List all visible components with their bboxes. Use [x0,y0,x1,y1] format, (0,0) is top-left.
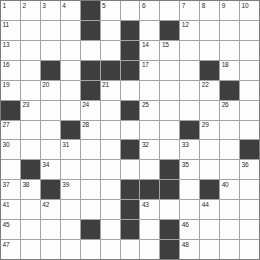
white-cell-r3c8[interactable]: 14 [140,41,159,60]
white-cell-r13c3[interactable] [41,240,60,259]
white-cell-r11c13[interactable] [240,200,259,219]
white-cell-r9c12[interactable] [220,160,239,179]
white-cell-r8c6[interactable] [101,140,120,159]
white-cell-r10c2[interactable]: 38 [21,180,40,199]
black-cell-r9c9 [160,160,179,179]
clue-number-10: 10 [242,2,249,9]
white-cell-r5c1[interactable]: 19 [1,81,20,100]
white-cell-r9c7[interactable] [121,160,140,179]
white-cell-r9c13[interactable]: 36 [240,160,259,179]
black-cell-r12c5 [81,220,100,239]
white-cell-r12c1[interactable]: 45 [1,220,20,239]
white-cell-r1c8[interactable]: 6 [140,1,159,20]
white-cell-r2c11[interactable] [200,21,219,40]
white-cell-r7c13[interactable] [240,121,259,140]
white-cell-r6c2[interactable]: 23 [21,101,40,120]
clue-number-13: 13 [3,41,10,48]
white-cell-r13c8[interactable] [140,240,159,259]
clue-number-17: 17 [142,61,149,68]
white-cell-r7c7[interactable] [121,121,140,140]
white-cell-r11c11[interactable]: 44 [200,200,219,219]
white-cell-r3c1[interactable]: 13 [1,41,20,60]
clue-number-35: 35 [182,161,189,168]
black-cell-r1c5 [81,1,100,20]
white-cell-r1c1[interactable]: 1 [1,1,20,20]
white-cell-r6c12[interactable]: 26 [220,101,239,120]
white-cell-r2c6[interactable] [101,21,120,40]
black-cell-r10c9 [160,180,179,199]
white-cell-r1c2[interactable]: 2 [21,1,40,20]
white-cell-r7c3[interactable] [41,121,60,140]
white-cell-r7c9[interactable] [160,121,179,140]
white-cell-r4c13[interactable] [240,61,259,80]
clue-number-26: 26 [222,101,229,108]
clue-number-3: 3 [42,2,45,9]
black-cell-r10c11 [200,180,219,199]
clue-number-1: 1 [3,2,6,9]
white-cell-r6c11[interactable] [200,101,219,120]
white-cell-r6c4[interactable] [61,101,80,120]
white-cell-r13c1[interactable]: 47 [1,240,20,259]
white-cell-r6c6[interactable] [101,101,120,120]
clue-number-43: 43 [142,201,149,208]
white-cell-r3c4[interactable] [61,41,80,60]
white-cell-r3c3[interactable] [41,41,60,60]
white-cell-r1c11[interactable]: 8 [200,1,219,20]
clue-number-44: 44 [202,201,209,208]
white-cell-r7c12[interactable] [220,121,239,140]
white-cell-r13c4[interactable] [61,240,80,259]
white-cell-r8c10[interactable]: 33 [180,140,199,159]
white-cell-r13c10[interactable]: 48 [180,240,199,259]
black-cell-r8c7 [121,140,140,159]
white-cell-r7c11[interactable]: 29 [200,121,219,140]
white-cell-r10c1[interactable]: 37 [1,180,20,199]
white-cell-r5c10[interactable] [180,81,199,100]
black-cell-r4c6 [101,61,120,80]
white-cell-r3c5[interactable] [81,41,100,60]
clue-number-41: 41 [3,201,10,208]
white-cell-r10c4[interactable]: 39 [61,180,80,199]
black-cell-r6c7 [121,101,140,120]
clue-number-4: 4 [62,2,65,9]
white-cell-r6c5[interactable]: 24 [81,101,100,120]
white-cell-r11c10[interactable] [180,200,199,219]
white-cell-r1c7[interactable] [121,1,140,20]
clue-number-33: 33 [182,141,189,148]
clue-number-29: 29 [202,121,209,128]
white-cell-r8c5[interactable] [81,140,100,159]
clue-number-30: 30 [3,141,10,148]
white-cell-r10c5[interactable] [81,180,100,199]
white-cell-r13c12[interactable] [220,240,239,259]
white-cell-r4c10[interactable] [180,61,199,80]
white-cell-r13c2[interactable] [21,240,40,259]
black-cell-r7c4 [61,121,80,140]
white-cell-r11c3[interactable]: 42 [41,200,60,219]
black-cell-r2c9 [160,21,179,40]
white-cell-r5c8[interactable] [140,81,159,100]
white-cell-r12c13[interactable] [240,220,259,239]
black-cell-r4c3 [41,61,60,80]
black-cell-r5c5 [81,81,100,100]
black-cell-r5c12 [220,81,239,100]
white-cell-r4c9[interactable] [160,61,179,80]
black-cell-r2c7 [121,21,140,40]
white-cell-r3c2[interactable] [21,41,40,60]
white-cell-r3c9[interactable]: 15 [160,41,179,60]
clue-number-6: 6 [142,2,145,9]
clue-number-22: 22 [202,81,209,88]
white-cell-r10c6[interactable] [101,180,120,199]
white-cell-r10c13[interactable] [240,180,259,199]
white-cell-r11c1[interactable]: 41 [1,200,20,219]
clue-number-27: 27 [3,121,10,128]
white-cell-r2c4[interactable] [61,21,80,40]
white-cell-r5c11[interactable]: 22 [200,81,219,100]
white-cell-r8c9[interactable] [160,140,179,159]
white-cell-r12c10[interactable]: 46 [180,220,199,239]
white-cell-r2c8[interactable] [140,21,159,40]
white-cell-r10c12[interactable]: 40 [220,180,239,199]
white-cell-r8c4[interactable]: 31 [61,140,80,159]
clue-number-19: 19 [3,81,10,88]
white-cell-r6c9[interactable] [160,101,179,120]
white-cell-r9c11[interactable] [200,160,219,179]
white-cell-r3c13[interactable] [240,41,259,60]
clue-number-48: 48 [182,241,189,248]
clue-number-47: 47 [3,241,10,248]
white-cell-r13c7[interactable] [121,240,140,259]
white-cell-r4c1[interactable]: 16 [1,61,20,80]
white-cell-r5c3[interactable]: 20 [41,81,60,100]
white-cell-r8c1[interactable]: 30 [1,140,20,159]
clue-number-24: 24 [82,101,89,108]
white-cell-r1c4[interactable]: 4 [61,1,80,20]
black-cell-r11c7 [121,200,140,219]
clue-number-18: 18 [222,61,229,68]
black-cell-r2c5 [81,21,100,40]
black-cell-r13c9 [160,240,179,259]
white-cell-r5c2[interactable] [21,81,40,100]
white-cell-r11c6[interactable] [101,200,120,219]
white-cell-r11c4[interactable] [61,200,80,219]
clue-number-34: 34 [42,161,49,168]
white-cell-r10c10[interactable] [180,180,199,199]
white-cell-r3c10[interactable] [180,41,199,60]
white-cell-r2c2[interactable] [21,21,40,40]
white-cell-r2c1[interactable]: 11 [1,21,20,40]
white-cell-r11c2[interactable] [21,200,40,219]
clue-number-21: 21 [102,81,109,88]
white-cell-r9c1[interactable] [1,160,20,179]
clue-number-16: 16 [3,61,10,68]
white-cell-r9c10[interactable]: 35 [180,160,199,179]
white-cell-r2c3[interactable] [41,21,60,40]
white-cell-r11c5[interactable] [81,200,100,219]
clue-number-2: 2 [22,2,25,9]
white-cell-r12c11[interactable] [200,220,219,239]
clue-number-28: 28 [82,121,89,128]
white-cell-r9c5[interactable] [81,160,100,179]
white-cell-r4c8[interactable]: 17 [140,61,159,80]
white-cell-r1c3[interactable]: 3 [41,1,60,20]
clue-number-36: 36 [242,161,249,168]
clue-number-38: 38 [22,181,29,188]
white-cell-r2c12[interactable] [220,21,239,40]
white-cell-r8c3[interactable] [41,140,60,159]
white-cell-r6c10[interactable] [180,101,199,120]
white-cell-r9c6[interactable] [101,160,120,179]
white-cell-r1c9[interactable] [160,1,179,20]
white-cell-r5c9[interactable] [160,81,179,100]
black-cell-r12c9 [160,220,179,239]
white-cell-r12c12[interactable] [220,220,239,239]
white-cell-r12c2[interactable] [21,220,40,239]
white-cell-r7c2[interactable] [21,121,40,140]
white-cell-r5c4[interactable] [61,81,80,100]
white-cell-r1c10[interactable]: 7 [180,1,199,20]
clue-number-23: 23 [22,101,29,108]
white-cell-r4c2[interactable] [21,61,40,80]
black-cell-r12c7 [121,220,140,239]
black-cell-r10c7 [121,180,140,199]
clue-number-15: 15 [162,41,169,48]
white-cell-r9c8[interactable] [140,160,159,179]
white-cell-r9c4[interactable] [61,160,80,179]
clue-number-39: 39 [62,181,69,188]
white-cell-r12c4[interactable] [61,220,80,239]
white-cell-r6c13[interactable] [240,101,259,120]
white-cell-r2c10[interactable]: 12 [180,21,199,40]
clue-number-8: 8 [202,2,205,9]
white-cell-r7c1[interactable]: 27 [1,121,20,140]
white-cell-r5c6[interactable]: 21 [101,81,120,100]
clue-number-31: 31 [62,141,69,148]
black-cell-r7c10 [180,121,199,140]
white-cell-r8c12[interactable] [220,140,239,159]
clue-number-32: 32 [142,141,149,148]
white-cell-r3c12[interactable] [220,41,239,60]
black-cell-r4c7 [121,61,140,80]
white-cell-r8c2[interactable] [21,140,40,159]
white-cell-r3c6[interactable] [101,41,120,60]
white-cell-r9c3[interactable]: 34 [41,160,60,179]
white-cell-r7c5[interactable]: 28 [81,121,100,140]
clue-number-12: 12 [182,21,189,28]
white-cell-r1c12[interactable]: 9 [220,1,239,20]
white-cell-r8c11[interactable] [200,140,219,159]
white-cell-r1c6[interactable]: 5 [101,1,120,20]
black-cell-r6c1 [1,101,20,120]
clue-number-7: 7 [182,2,185,9]
white-cell-r2c13[interactable] [240,21,259,40]
black-cell-r4c5 [81,61,100,80]
white-cell-r12c3[interactable] [41,220,60,239]
white-cell-r13c6[interactable] [101,240,120,259]
clue-number-5: 5 [102,2,105,9]
white-cell-r5c13[interactable] [240,81,259,100]
black-cell-r10c8 [140,180,159,199]
white-cell-r6c3[interactable] [41,101,60,120]
clue-number-45: 45 [3,221,10,228]
clue-number-11: 11 [3,21,9,28]
black-cell-r10c3 [41,180,60,199]
clue-number-42: 42 [42,201,49,208]
clue-number-20: 20 [42,81,49,88]
white-cell-r7c6[interactable] [101,121,120,140]
black-cell-r3c7 [121,41,140,60]
white-cell-r8c8[interactable]: 32 [140,140,159,159]
clue-number-37: 37 [3,181,10,188]
clue-number-40: 40 [222,181,229,188]
white-cell-r11c8[interactable]: 43 [140,200,159,219]
white-cell-r13c5[interactable] [81,240,100,259]
black-cell-r9c2 [21,160,40,179]
white-cell-r12c6[interactable] [101,220,120,239]
black-cell-r4c11 [200,61,219,80]
white-cell-r13c13[interactable] [240,240,259,259]
white-cell-r13c11[interactable] [200,240,219,259]
white-cell-r1c13[interactable]: 10 [240,1,259,20]
white-cell-r3c11[interactable] [200,41,219,60]
white-cell-r4c4[interactable] [61,61,80,80]
white-cell-r6c8[interactable]: 25 [140,101,159,120]
white-cell-r4c12[interactable]: 18 [220,61,239,80]
clue-number-9: 9 [222,2,225,9]
white-cell-r12c8[interactable] [140,220,159,239]
clue-number-46: 46 [182,221,189,228]
white-cell-r11c9[interactable] [160,200,179,219]
clue-number-25: 25 [142,101,149,108]
black-cell-r8c13 [240,140,259,159]
clue-number-14: 14 [142,41,149,48]
crossword-board: 1234567891011121314151617181920212223242… [0,0,260,260]
white-cell-r11c12[interactable] [220,200,239,219]
white-cell-r5c7[interactable] [121,81,140,100]
white-cell-r7c8[interactable] [140,121,159,140]
